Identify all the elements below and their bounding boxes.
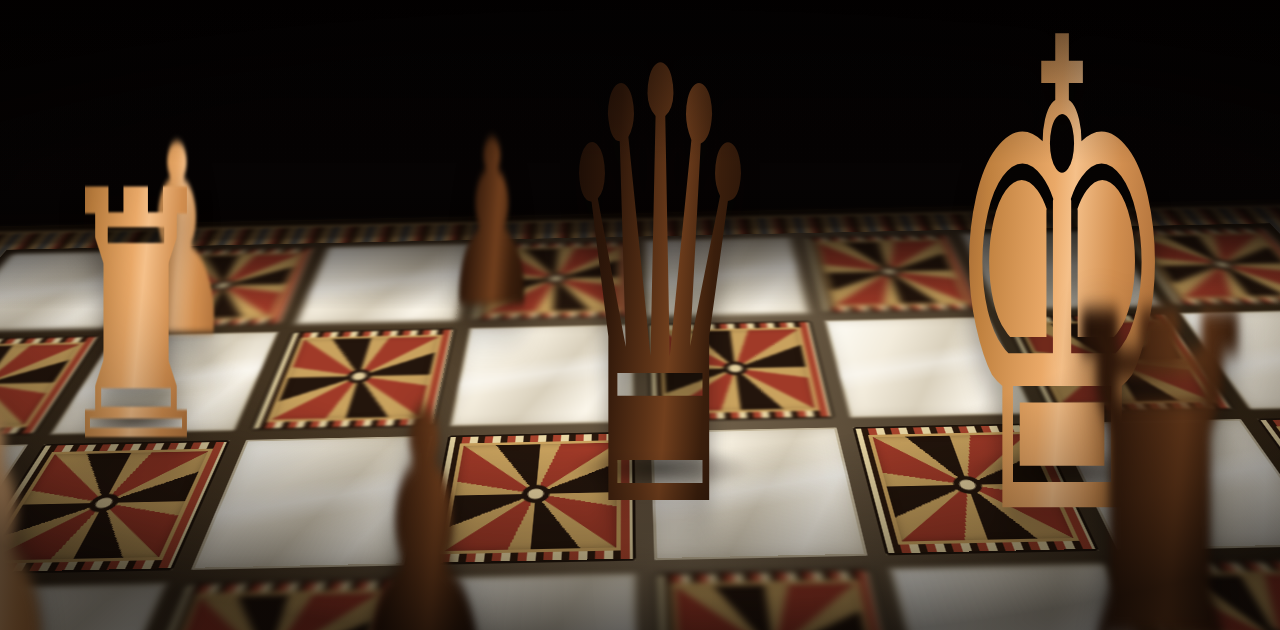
black-pawn-far: ♟: [444, 111, 541, 340]
black-pawn-near: ♟: [341, 362, 507, 630]
pieces-layer: ♟♟♜♟♛♚♟♜: [0, 0, 1280, 630]
chessboard-photo: ♟♟♜♟♛♚♟♜: [0, 0, 1280, 630]
white-rook: ♜: [55, 146, 217, 489]
black-rook-near: ♜: [1035, 245, 1280, 630]
black-queen: ♛: [553, 0, 768, 592]
